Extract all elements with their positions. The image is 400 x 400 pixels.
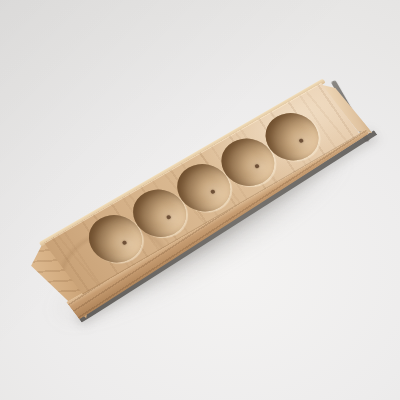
pit-center-mark [121,240,127,245]
pit-center-mark [254,163,260,168]
pit-center-mark [166,215,172,220]
mancala-board [44,83,360,294]
studio-background [0,0,400,400]
pit-center-mark [210,189,216,194]
pit-center-mark [299,138,305,143]
